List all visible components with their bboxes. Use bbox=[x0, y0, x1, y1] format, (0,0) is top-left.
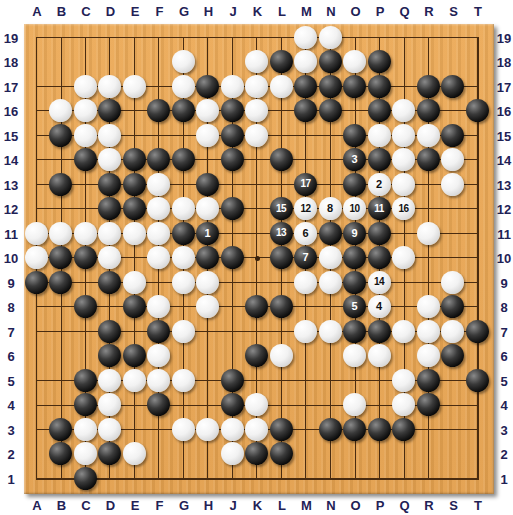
intersection-A5[interactable] bbox=[25, 369, 50, 394]
intersection-P14[interactable] bbox=[368, 148, 393, 173]
intersection-M6[interactable] bbox=[294, 344, 319, 369]
intersection-Q13[interactable] bbox=[392, 173, 417, 198]
intersection-Q10[interactable] bbox=[392, 246, 417, 271]
intersection-M1[interactable] bbox=[294, 467, 319, 492]
intersection-Q7[interactable] bbox=[392, 320, 417, 345]
intersection-P1[interactable] bbox=[368, 467, 393, 492]
intersection-J12[interactable] bbox=[221, 197, 246, 222]
intersection-Q1[interactable] bbox=[392, 467, 417, 492]
intersection-E4[interactable] bbox=[123, 393, 148, 418]
intersection-F1[interactable] bbox=[147, 467, 172, 492]
intersection-P15[interactable] bbox=[368, 124, 393, 149]
intersection-E7[interactable] bbox=[123, 320, 148, 345]
intersection-O2[interactable] bbox=[343, 442, 368, 467]
intersection-M16[interactable] bbox=[294, 99, 319, 124]
intersection-O7[interactable] bbox=[343, 320, 368, 345]
intersection-T9[interactable] bbox=[466, 271, 491, 296]
intersection-C18[interactable] bbox=[74, 50, 99, 75]
intersection-T15[interactable] bbox=[466, 124, 491, 149]
intersection-T8[interactable] bbox=[466, 295, 491, 320]
intersection-J2[interactable] bbox=[221, 442, 246, 467]
intersection-F3[interactable] bbox=[147, 418, 172, 443]
intersection-N13[interactable] bbox=[319, 173, 344, 198]
intersection-G9[interactable] bbox=[172, 271, 197, 296]
intersection-K14[interactable] bbox=[245, 148, 270, 173]
intersection-M10[interactable]: 7 bbox=[294, 246, 319, 271]
intersection-D19[interactable] bbox=[98, 26, 123, 51]
intersection-D16[interactable] bbox=[98, 99, 123, 124]
intersection-H19[interactable] bbox=[196, 26, 221, 51]
intersection-M17[interactable] bbox=[294, 75, 319, 100]
intersection-L15[interactable] bbox=[270, 124, 295, 149]
intersection-Q14[interactable] bbox=[392, 148, 417, 173]
intersection-G12[interactable] bbox=[172, 197, 197, 222]
intersection-E2[interactable] bbox=[123, 442, 148, 467]
intersection-P9[interactable]: 14 bbox=[368, 271, 393, 296]
intersection-K17[interactable] bbox=[245, 75, 270, 100]
intersection-B12[interactable] bbox=[49, 197, 74, 222]
intersection-H14[interactable] bbox=[196, 148, 221, 173]
intersection-K2[interactable] bbox=[245, 442, 270, 467]
intersection-A15[interactable] bbox=[25, 124, 50, 149]
intersection-A8[interactable] bbox=[25, 295, 50, 320]
intersection-N6[interactable] bbox=[319, 344, 344, 369]
intersection-H11[interactable]: 1 bbox=[196, 222, 221, 247]
intersection-E19[interactable] bbox=[123, 26, 148, 51]
intersection-E11[interactable] bbox=[123, 222, 148, 247]
intersection-Q12[interactable]: 16 bbox=[392, 197, 417, 222]
intersection-B2[interactable] bbox=[49, 442, 74, 467]
intersection-O14[interactable]: 3 bbox=[343, 148, 368, 173]
intersection-K7[interactable] bbox=[245, 320, 270, 345]
intersection-M4[interactable] bbox=[294, 393, 319, 418]
intersection-R15[interactable] bbox=[417, 124, 442, 149]
intersection-S19[interactable] bbox=[441, 26, 466, 51]
intersection-E15[interactable] bbox=[123, 124, 148, 149]
intersection-B6[interactable] bbox=[49, 344, 74, 369]
intersection-N7[interactable] bbox=[319, 320, 344, 345]
intersection-O6[interactable] bbox=[343, 344, 368, 369]
intersection-H6[interactable] bbox=[196, 344, 221, 369]
intersection-E9[interactable] bbox=[123, 271, 148, 296]
intersection-B8[interactable] bbox=[49, 295, 74, 320]
intersection-F4[interactable] bbox=[147, 393, 172, 418]
intersection-P16[interactable] bbox=[368, 99, 393, 124]
intersection-O3[interactable] bbox=[343, 418, 368, 443]
intersection-C9[interactable] bbox=[74, 271, 99, 296]
intersection-T2[interactable] bbox=[466, 442, 491, 467]
intersection-G11[interactable] bbox=[172, 222, 197, 247]
intersection-H12[interactable] bbox=[196, 197, 221, 222]
intersection-Q9[interactable] bbox=[392, 271, 417, 296]
intersection-O8[interactable]: 5 bbox=[343, 295, 368, 320]
intersection-Q3[interactable] bbox=[392, 418, 417, 443]
intersection-J9[interactable] bbox=[221, 271, 246, 296]
intersection-H8[interactable] bbox=[196, 295, 221, 320]
intersection-L6[interactable] bbox=[270, 344, 295, 369]
intersection-L17[interactable] bbox=[270, 75, 295, 100]
intersection-A16[interactable] bbox=[25, 99, 50, 124]
intersection-B19[interactable] bbox=[49, 26, 74, 51]
intersection-A18[interactable] bbox=[25, 50, 50, 75]
intersection-Q4[interactable] bbox=[392, 393, 417, 418]
intersection-A17[interactable] bbox=[25, 75, 50, 100]
intersection-F17[interactable] bbox=[147, 75, 172, 100]
intersection-G15[interactable] bbox=[172, 124, 197, 149]
intersection-E10[interactable] bbox=[123, 246, 148, 271]
intersection-S14[interactable] bbox=[441, 148, 466, 173]
intersection-Q6[interactable] bbox=[392, 344, 417, 369]
intersection-P2[interactable] bbox=[368, 442, 393, 467]
intersection-J8[interactable] bbox=[221, 295, 246, 320]
intersection-T12[interactable] bbox=[466, 197, 491, 222]
intersection-B1[interactable] bbox=[49, 467, 74, 492]
intersection-P18[interactable] bbox=[368, 50, 393, 75]
intersection-H16[interactable] bbox=[196, 99, 221, 124]
intersection-T5[interactable] bbox=[466, 369, 491, 394]
intersection-G17[interactable] bbox=[172, 75, 197, 100]
intersection-M19[interactable] bbox=[294, 26, 319, 51]
intersection-G13[interactable] bbox=[172, 173, 197, 198]
intersection-T19[interactable] bbox=[466, 26, 491, 51]
intersection-C14[interactable] bbox=[74, 148, 99, 173]
intersection-C19[interactable] bbox=[74, 26, 99, 51]
intersection-O16[interactable] bbox=[343, 99, 368, 124]
intersection-N11[interactable] bbox=[319, 222, 344, 247]
intersection-K3[interactable] bbox=[245, 418, 270, 443]
intersection-N19[interactable] bbox=[319, 26, 344, 51]
intersection-Q11[interactable] bbox=[392, 222, 417, 247]
intersection-C16[interactable] bbox=[74, 99, 99, 124]
intersection-B11[interactable] bbox=[49, 222, 74, 247]
intersection-T13[interactable] bbox=[466, 173, 491, 198]
intersection-A3[interactable] bbox=[25, 418, 50, 443]
intersection-F18[interactable] bbox=[147, 50, 172, 75]
intersection-H4[interactable] bbox=[196, 393, 221, 418]
intersection-D13[interactable] bbox=[98, 173, 123, 198]
intersection-S8[interactable] bbox=[441, 295, 466, 320]
intersection-N5[interactable] bbox=[319, 369, 344, 394]
intersection-S2[interactable] bbox=[441, 442, 466, 467]
intersection-C3[interactable] bbox=[74, 418, 99, 443]
intersection-F10[interactable] bbox=[147, 246, 172, 271]
intersection-H10[interactable] bbox=[196, 246, 221, 271]
intersection-E5[interactable] bbox=[123, 369, 148, 394]
intersection-G18[interactable] bbox=[172, 50, 197, 75]
intersection-L11[interactable]: 13 bbox=[270, 222, 295, 247]
intersection-S13[interactable] bbox=[441, 173, 466, 198]
intersection-D5[interactable] bbox=[98, 369, 123, 394]
intersection-R2[interactable] bbox=[417, 442, 442, 467]
intersection-C2[interactable] bbox=[74, 442, 99, 467]
intersection-T18[interactable] bbox=[466, 50, 491, 75]
intersection-R9[interactable] bbox=[417, 271, 442, 296]
intersection-Q18[interactable] bbox=[392, 50, 417, 75]
intersection-L12[interactable]: 15 bbox=[270, 197, 295, 222]
intersection-J3[interactable] bbox=[221, 418, 246, 443]
intersection-O11[interactable]: 9 bbox=[343, 222, 368, 247]
intersection-D10[interactable] bbox=[98, 246, 123, 271]
intersection-B10[interactable] bbox=[49, 246, 74, 271]
intersection-C4[interactable] bbox=[74, 393, 99, 418]
intersection-H5[interactable] bbox=[196, 369, 221, 394]
intersection-R10[interactable] bbox=[417, 246, 442, 271]
intersection-D4[interactable] bbox=[98, 393, 123, 418]
intersection-P11[interactable] bbox=[368, 222, 393, 247]
intersection-S15[interactable] bbox=[441, 124, 466, 149]
intersection-A4[interactable] bbox=[25, 393, 50, 418]
intersection-S7[interactable] bbox=[441, 320, 466, 345]
intersection-N9[interactable] bbox=[319, 271, 344, 296]
intersection-Q8[interactable] bbox=[392, 295, 417, 320]
intersection-A12[interactable] bbox=[25, 197, 50, 222]
intersection-P12[interactable]: 11 bbox=[368, 197, 393, 222]
intersection-M12[interactable]: 12 bbox=[294, 197, 319, 222]
intersection-O19[interactable] bbox=[343, 26, 368, 51]
intersection-T14[interactable] bbox=[466, 148, 491, 173]
intersection-N2[interactable] bbox=[319, 442, 344, 467]
intersection-Q19[interactable] bbox=[392, 26, 417, 51]
intersection-K11[interactable] bbox=[245, 222, 270, 247]
intersection-H18[interactable] bbox=[196, 50, 221, 75]
intersection-D18[interactable] bbox=[98, 50, 123, 75]
intersection-R8[interactable] bbox=[417, 295, 442, 320]
intersection-A11[interactable] bbox=[25, 222, 50, 247]
intersection-H17[interactable] bbox=[196, 75, 221, 100]
intersection-F12[interactable] bbox=[147, 197, 172, 222]
intersection-R18[interactable] bbox=[417, 50, 442, 75]
intersection-J19[interactable] bbox=[221, 26, 246, 51]
intersection-C15[interactable] bbox=[74, 124, 99, 149]
intersection-F5[interactable] bbox=[147, 369, 172, 394]
intersection-B18[interactable] bbox=[49, 50, 74, 75]
intersection-J1[interactable] bbox=[221, 467, 246, 492]
intersection-E16[interactable] bbox=[123, 99, 148, 124]
intersection-C17[interactable] bbox=[74, 75, 99, 100]
intersection-Q15[interactable] bbox=[392, 124, 417, 149]
intersection-G3[interactable] bbox=[172, 418, 197, 443]
intersection-N17[interactable] bbox=[319, 75, 344, 100]
intersection-B14[interactable] bbox=[49, 148, 74, 173]
intersection-L9[interactable] bbox=[270, 271, 295, 296]
intersection-A7[interactable] bbox=[25, 320, 50, 345]
intersection-K16[interactable] bbox=[245, 99, 270, 124]
intersection-T1[interactable] bbox=[466, 467, 491, 492]
intersection-Q2[interactable] bbox=[392, 442, 417, 467]
intersection-P8[interactable]: 4 bbox=[368, 295, 393, 320]
intersection-F8[interactable] bbox=[147, 295, 172, 320]
intersection-R12[interactable] bbox=[417, 197, 442, 222]
intersection-S6[interactable] bbox=[441, 344, 466, 369]
intersection-J7[interactable] bbox=[221, 320, 246, 345]
intersection-D8[interactable] bbox=[98, 295, 123, 320]
intersection-G19[interactable] bbox=[172, 26, 197, 51]
intersection-M11[interactable]: 6 bbox=[294, 222, 319, 247]
intersection-L14[interactable] bbox=[270, 148, 295, 173]
intersection-L8[interactable] bbox=[270, 295, 295, 320]
intersection-A6[interactable] bbox=[25, 344, 50, 369]
intersection-H2[interactable] bbox=[196, 442, 221, 467]
intersection-D6[interactable] bbox=[98, 344, 123, 369]
intersection-A13[interactable] bbox=[25, 173, 50, 198]
intersection-S4[interactable] bbox=[441, 393, 466, 418]
intersection-R11[interactable] bbox=[417, 222, 442, 247]
intersection-R14[interactable] bbox=[417, 148, 442, 173]
intersection-R1[interactable] bbox=[417, 467, 442, 492]
intersection-S9[interactable] bbox=[441, 271, 466, 296]
intersection-K8[interactable] bbox=[245, 295, 270, 320]
intersection-E1[interactable] bbox=[123, 467, 148, 492]
intersection-S11[interactable] bbox=[441, 222, 466, 247]
intersection-R3[interactable] bbox=[417, 418, 442, 443]
intersection-H3[interactable] bbox=[196, 418, 221, 443]
intersection-O18[interactable] bbox=[343, 50, 368, 75]
intersection-R16[interactable] bbox=[417, 99, 442, 124]
intersection-C8[interactable] bbox=[74, 295, 99, 320]
intersection-L13[interactable] bbox=[270, 173, 295, 198]
intersection-A1[interactable] bbox=[25, 467, 50, 492]
intersection-N18[interactable] bbox=[319, 50, 344, 75]
intersection-G14[interactable] bbox=[172, 148, 197, 173]
intersection-F2[interactable] bbox=[147, 442, 172, 467]
intersection-D7[interactable] bbox=[98, 320, 123, 345]
intersection-H1[interactable] bbox=[196, 467, 221, 492]
intersection-C10[interactable] bbox=[74, 246, 99, 271]
intersection-H9[interactable] bbox=[196, 271, 221, 296]
intersection-N4[interactable] bbox=[319, 393, 344, 418]
intersection-N12[interactable]: 8 bbox=[319, 197, 344, 222]
intersection-P5[interactable] bbox=[368, 369, 393, 394]
intersection-B7[interactable] bbox=[49, 320, 74, 345]
intersection-R17[interactable] bbox=[417, 75, 442, 100]
intersection-P3[interactable] bbox=[368, 418, 393, 443]
intersection-M5[interactable] bbox=[294, 369, 319, 394]
intersection-D14[interactable] bbox=[98, 148, 123, 173]
intersection-C1[interactable] bbox=[74, 467, 99, 492]
intersection-K18[interactable] bbox=[245, 50, 270, 75]
intersection-G16[interactable] bbox=[172, 99, 197, 124]
intersection-B4[interactable] bbox=[49, 393, 74, 418]
intersection-O10[interactable] bbox=[343, 246, 368, 271]
intersection-P13[interactable]: 2 bbox=[368, 173, 393, 198]
intersection-Q5[interactable] bbox=[392, 369, 417, 394]
intersection-F13[interactable] bbox=[147, 173, 172, 198]
intersection-D2[interactable] bbox=[98, 442, 123, 467]
intersection-F6[interactable] bbox=[147, 344, 172, 369]
intersection-T7[interactable] bbox=[466, 320, 491, 345]
intersection-L10[interactable] bbox=[270, 246, 295, 271]
intersection-D11[interactable] bbox=[98, 222, 123, 247]
intersection-M9[interactable] bbox=[294, 271, 319, 296]
intersection-J5[interactable] bbox=[221, 369, 246, 394]
intersection-C13[interactable] bbox=[74, 173, 99, 198]
intersection-R7[interactable] bbox=[417, 320, 442, 345]
intersection-S18[interactable] bbox=[441, 50, 466, 75]
intersection-B5[interactable] bbox=[49, 369, 74, 394]
intersection-K19[interactable] bbox=[245, 26, 270, 51]
intersection-L1[interactable] bbox=[270, 467, 295, 492]
intersection-G7[interactable] bbox=[172, 320, 197, 345]
intersection-O13[interactable] bbox=[343, 173, 368, 198]
intersection-R19[interactable] bbox=[417, 26, 442, 51]
intersection-Q17[interactable] bbox=[392, 75, 417, 100]
intersection-M14[interactable] bbox=[294, 148, 319, 173]
intersection-A14[interactable] bbox=[25, 148, 50, 173]
intersection-J10[interactable] bbox=[221, 246, 246, 271]
intersection-O1[interactable] bbox=[343, 467, 368, 492]
intersection-T3[interactable] bbox=[466, 418, 491, 443]
intersection-T6[interactable] bbox=[466, 344, 491, 369]
intersection-M15[interactable] bbox=[294, 124, 319, 149]
intersection-B13[interactable] bbox=[49, 173, 74, 198]
intersection-N8[interactable] bbox=[319, 295, 344, 320]
intersection-B16[interactable] bbox=[49, 99, 74, 124]
intersection-J18[interactable] bbox=[221, 50, 246, 75]
intersection-N10[interactable] bbox=[319, 246, 344, 271]
intersection-J14[interactable] bbox=[221, 148, 246, 173]
intersection-A19[interactable] bbox=[25, 26, 50, 51]
intersection-F16[interactable] bbox=[147, 99, 172, 124]
intersection-P19[interactable] bbox=[368, 26, 393, 51]
intersection-E8[interactable] bbox=[123, 295, 148, 320]
intersection-D17[interactable] bbox=[98, 75, 123, 100]
intersection-K13[interactable] bbox=[245, 173, 270, 198]
intersection-M13[interactable]: 17 bbox=[294, 173, 319, 198]
intersection-C12[interactable] bbox=[74, 197, 99, 222]
intersection-S3[interactable] bbox=[441, 418, 466, 443]
intersection-H7[interactable] bbox=[196, 320, 221, 345]
intersection-E3[interactable] bbox=[123, 418, 148, 443]
intersection-F11[interactable] bbox=[147, 222, 172, 247]
intersection-F19[interactable] bbox=[147, 26, 172, 51]
intersection-D15[interactable] bbox=[98, 124, 123, 149]
intersection-N1[interactable] bbox=[319, 467, 344, 492]
intersection-E14[interactable] bbox=[123, 148, 148, 173]
intersection-G6[interactable] bbox=[172, 344, 197, 369]
intersection-T11[interactable] bbox=[466, 222, 491, 247]
intersection-M8[interactable] bbox=[294, 295, 319, 320]
intersection-F7[interactable] bbox=[147, 320, 172, 345]
intersection-N16[interactable] bbox=[319, 99, 344, 124]
intersection-T16[interactable] bbox=[466, 99, 491, 124]
intersection-K10[interactable] bbox=[245, 246, 270, 271]
intersection-J15[interactable] bbox=[221, 124, 246, 149]
intersection-G2[interactable] bbox=[172, 442, 197, 467]
intersection-D1[interactable] bbox=[98, 467, 123, 492]
intersection-J4[interactable] bbox=[221, 393, 246, 418]
intersection-B17[interactable] bbox=[49, 75, 74, 100]
intersection-L18[interactable] bbox=[270, 50, 295, 75]
intersection-G8[interactable] bbox=[172, 295, 197, 320]
intersection-K5[interactable] bbox=[245, 369, 270, 394]
intersection-K15[interactable] bbox=[245, 124, 270, 149]
intersection-F15[interactable] bbox=[147, 124, 172, 149]
intersection-E12[interactable] bbox=[123, 197, 148, 222]
intersection-G1[interactable] bbox=[172, 467, 197, 492]
intersection-N3[interactable] bbox=[319, 418, 344, 443]
intersection-C6[interactable] bbox=[74, 344, 99, 369]
intersection-M18[interactable] bbox=[294, 50, 319, 75]
intersection-K6[interactable] bbox=[245, 344, 270, 369]
intersection-N14[interactable] bbox=[319, 148, 344, 173]
intersection-L16[interactable] bbox=[270, 99, 295, 124]
intersection-D9[interactable] bbox=[98, 271, 123, 296]
intersection-E13[interactable] bbox=[123, 173, 148, 198]
intersection-M2[interactable] bbox=[294, 442, 319, 467]
intersection-L19[interactable] bbox=[270, 26, 295, 51]
intersection-P17[interactable] bbox=[368, 75, 393, 100]
intersection-H15[interactable] bbox=[196, 124, 221, 149]
